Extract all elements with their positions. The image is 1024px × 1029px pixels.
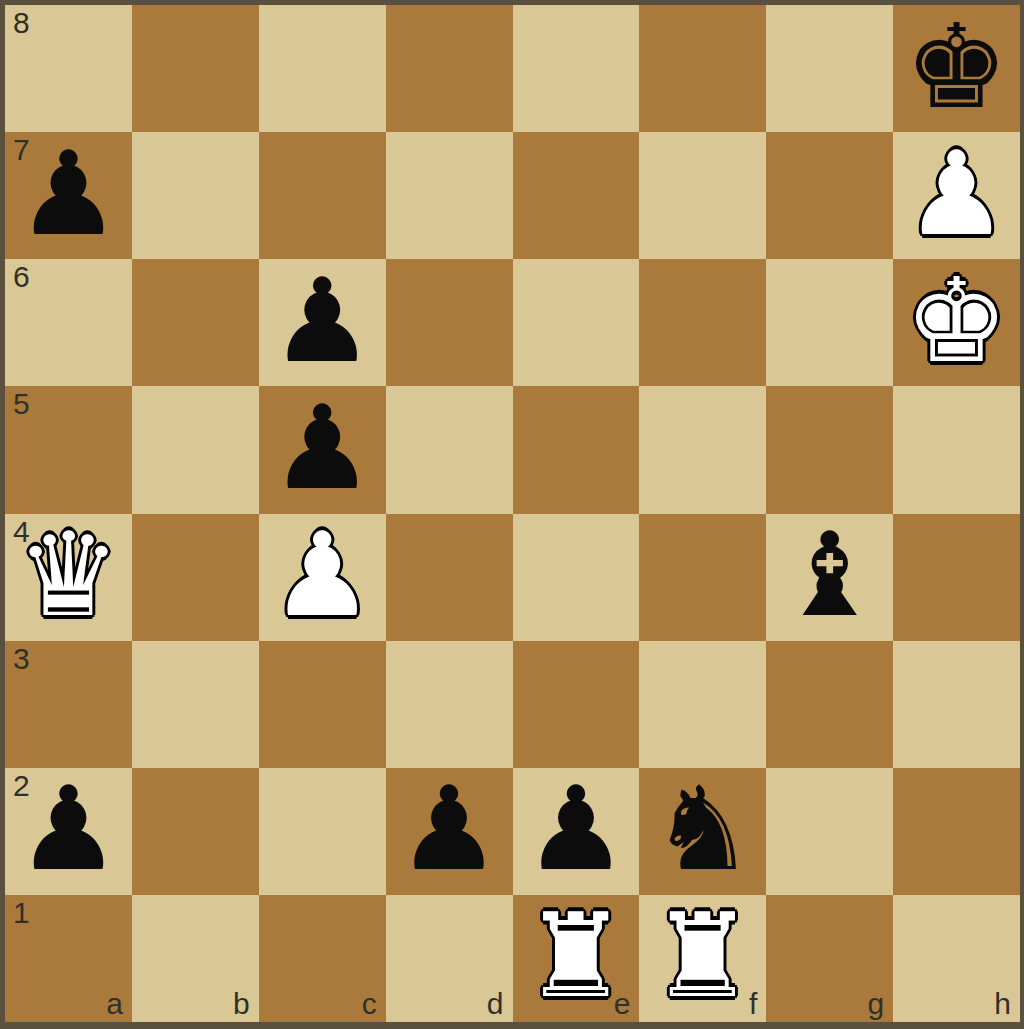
black-knight-icon: ♞ (639, 768, 766, 895)
square-d2[interactable]: ♟ (386, 768, 513, 895)
square-f2[interactable]: ♞ (639, 768, 766, 895)
square-b6[interactable] (132, 259, 259, 386)
square-g8[interactable] (766, 5, 893, 132)
square-c4[interactable]: ♟ (259, 514, 386, 641)
square-d8[interactable] (386, 5, 513, 132)
chess-board: 8♚7♟♟6♟♚5♟4♛♟♝32♟♟♟♞1abcde♜f♜gh (5, 5, 1020, 1022)
square-g3[interactable] (766, 641, 893, 768)
square-d7[interactable] (386, 132, 513, 259)
square-c8[interactable] (259, 5, 386, 132)
black-pawn-icon: ♟ (5, 132, 132, 259)
rank-label-3: 3 (13, 644, 30, 674)
square-h8[interactable]: ♚ (893, 5, 1020, 132)
square-a5[interactable]: 5 (5, 386, 132, 513)
square-e8[interactable] (513, 5, 640, 132)
chess-board-stage: 8♚7♟♟6♟♚5♟4♛♟♝32♟♟♟♞1abcde♜f♜gh (0, 0, 1024, 1029)
rank-label-8: 8 (13, 8, 30, 38)
board-frame: 8♚7♟♟6♟♚5♟4♛♟♝32♟♟♟♞1abcde♜f♜gh (0, 0, 1024, 1029)
square-c7[interactable] (259, 132, 386, 259)
square-g6[interactable] (766, 259, 893, 386)
white-pawn-icon: ♟ (259, 514, 386, 641)
square-h6[interactable]: ♚ (893, 259, 1020, 386)
square-c6[interactable]: ♟ (259, 259, 386, 386)
square-d6[interactable] (386, 259, 513, 386)
file-label-a: a (106, 989, 123, 1019)
square-c3[interactable] (259, 641, 386, 768)
rank-label-1: 1 (13, 898, 30, 928)
square-d5[interactable] (386, 386, 513, 513)
white-rook-icon: ♜ (639, 895, 766, 1022)
square-h1[interactable]: h (893, 895, 1020, 1022)
file-label-d: d (487, 989, 504, 1019)
square-g7[interactable] (766, 132, 893, 259)
square-a3[interactable]: 3 (5, 641, 132, 768)
square-f1[interactable]: f♜ (639, 895, 766, 1022)
black-pawn-icon: ♟ (5, 768, 132, 895)
file-label-h: h (994, 989, 1011, 1019)
rank-label-6: 6 (13, 262, 30, 292)
square-f6[interactable] (639, 259, 766, 386)
square-h4[interactable] (893, 514, 1020, 641)
square-f4[interactable] (639, 514, 766, 641)
square-e3[interactable] (513, 641, 640, 768)
square-e7[interactable] (513, 132, 640, 259)
square-e4[interactable] (513, 514, 640, 641)
square-c2[interactable] (259, 768, 386, 895)
square-e5[interactable] (513, 386, 640, 513)
square-e6[interactable] (513, 259, 640, 386)
square-h2[interactable] (893, 768, 1020, 895)
square-g2[interactable] (766, 768, 893, 895)
file-label-b: b (233, 989, 250, 1019)
square-a1[interactable]: 1a (5, 895, 132, 1022)
square-g4[interactable]: ♝ (766, 514, 893, 641)
square-a8[interactable]: 8 (5, 5, 132, 132)
square-a4[interactable]: 4♛ (5, 514, 132, 641)
square-h5[interactable] (893, 386, 1020, 513)
square-f3[interactable] (639, 641, 766, 768)
rank-label-5: 5 (13, 389, 30, 419)
square-h7[interactable]: ♟ (893, 132, 1020, 259)
square-a7[interactable]: 7♟ (5, 132, 132, 259)
black-pawn-icon: ♟ (513, 768, 640, 895)
square-b7[interactable] (132, 132, 259, 259)
square-e2[interactable]: ♟ (513, 768, 640, 895)
square-f8[interactable] (639, 5, 766, 132)
black-king-icon: ♚ (893, 5, 1020, 132)
black-pawn-icon: ♟ (386, 768, 513, 895)
square-c1[interactable]: c (259, 895, 386, 1022)
square-b3[interactable] (132, 641, 259, 768)
file-label-c: c (362, 989, 377, 1019)
square-b1[interactable]: b (132, 895, 259, 1022)
square-f7[interactable] (639, 132, 766, 259)
square-f5[interactable] (639, 386, 766, 513)
square-d4[interactable] (386, 514, 513, 641)
square-d1[interactable]: d (386, 895, 513, 1022)
square-b5[interactable] (132, 386, 259, 513)
square-b2[interactable] (132, 768, 259, 895)
white-queen-icon: ♛ (5, 514, 132, 641)
square-b8[interactable] (132, 5, 259, 132)
square-a2[interactable]: 2♟ (5, 768, 132, 895)
square-e1[interactable]: e♜ (513, 895, 640, 1022)
square-h3[interactable] (893, 641, 1020, 768)
file-label-g: g (867, 989, 884, 1019)
square-g5[interactable] (766, 386, 893, 513)
black-bishop-icon: ♝ (766, 514, 893, 641)
square-d3[interactable] (386, 641, 513, 768)
square-b4[interactable] (132, 514, 259, 641)
square-c5[interactable]: ♟ (259, 386, 386, 513)
black-pawn-icon: ♟ (259, 386, 386, 513)
white-pawn-icon: ♟ (893, 132, 1020, 259)
square-a6[interactable]: 6 (5, 259, 132, 386)
white-king-icon: ♚ (893, 259, 1020, 386)
black-pawn-icon: ♟ (259, 259, 386, 386)
square-g1[interactable]: g (766, 895, 893, 1022)
white-rook-icon: ♜ (513, 895, 640, 1022)
